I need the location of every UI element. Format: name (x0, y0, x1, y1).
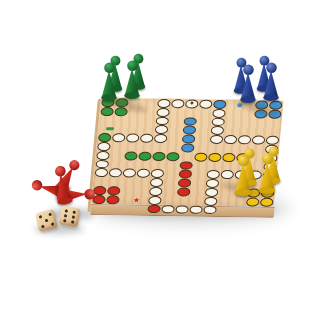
die-pip (72, 210, 75, 213)
die-pip (50, 222, 54, 226)
pawn-foot (124, 92, 139, 99)
pawn-head (67, 158, 81, 172)
die-pip (71, 220, 74, 223)
pawn-body (101, 70, 116, 97)
die-pip (72, 215, 75, 218)
yellow-pawn[interactable] (235, 155, 251, 196)
wooden-die[interactable] (59, 206, 81, 228)
yellow-pawn[interactable] (259, 153, 275, 194)
pawn-foot (240, 96, 255, 103)
wooden-die[interactable] (35, 209, 58, 232)
pawn-foot (101, 94, 116, 101)
blue-pawn[interactable] (263, 63, 278, 101)
die-pip (48, 213, 52, 217)
pawn-foot (263, 94, 278, 101)
die-pip (63, 219, 66, 222)
pawn-head (31, 179, 44, 192)
pieces-layer (0, 0, 320, 320)
green-pawn[interactable] (101, 63, 116, 101)
pawn-body (124, 68, 139, 95)
pawn-body (263, 70, 278, 97)
pawn-head (54, 165, 66, 177)
die-pip (64, 214, 67, 217)
pawn-foot (235, 189, 251, 196)
die-pip (45, 219, 49, 223)
product-scene (0, 0, 320, 320)
die-pip (39, 215, 43, 219)
die-pip (41, 224, 45, 228)
die-pip (65, 209, 68, 212)
pawn-foot (259, 187, 275, 194)
green-pawn[interactable] (124, 61, 139, 99)
pawn-body (240, 72, 255, 99)
pawn-body (235, 163, 251, 192)
blue-pawn[interactable] (240, 65, 255, 103)
pawn-body (259, 161, 275, 190)
